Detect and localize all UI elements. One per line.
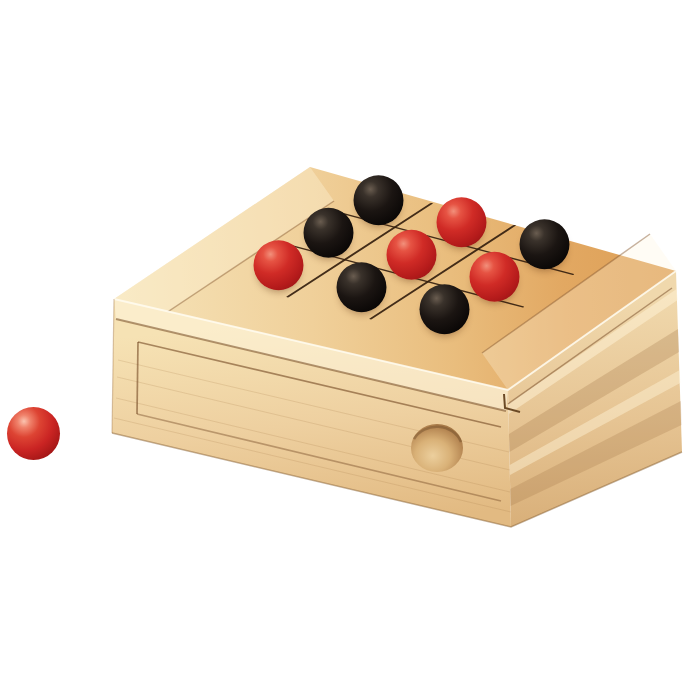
red-ball (469, 252, 519, 302)
red-ball (386, 230, 436, 280)
black-ball (353, 175, 403, 225)
loose-red-ball (7, 407, 60, 460)
black-ball (303, 208, 353, 258)
black-ball (419, 284, 469, 334)
red-ball (253, 240, 303, 290)
wooden-box (0, 0, 700, 700)
black-ball (336, 262, 386, 312)
black-ball (519, 219, 569, 269)
drawer-groove-left (137, 342, 138, 414)
red-ball (436, 197, 486, 247)
game-photo-scene (0, 0, 700, 700)
drawer-finger-hole (411, 424, 463, 472)
